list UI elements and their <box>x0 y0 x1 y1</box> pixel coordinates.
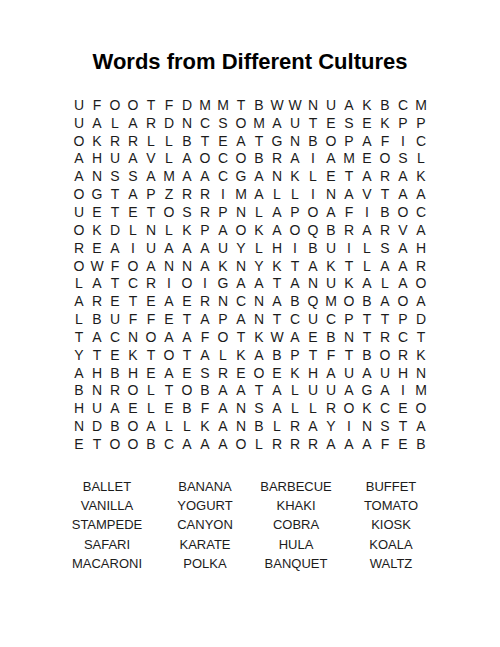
grid-cell-r13c17: T <box>358 310 376 328</box>
grid-cell-r19c16: I <box>340 417 358 435</box>
grid-cell-r2c16: S <box>340 114 358 132</box>
grid-cell-r1c2: F <box>88 96 106 114</box>
grid-cell-r18c2: U <box>88 399 106 417</box>
grid-cell-r20c10: O <box>232 435 250 453</box>
grid-cell-r6c10: M <box>232 185 250 203</box>
grid-cell-r12c17: B <box>358 292 376 310</box>
grid-cell-r11c8: I <box>196 274 214 292</box>
grid-cell-r12c9: N <box>214 292 232 310</box>
grid-cell-r20c7: A <box>178 435 196 453</box>
grid-cell-r15c20: K <box>412 346 430 364</box>
grid-cell-r7c6: O <box>160 203 178 221</box>
grid-cell-r18c12: A <box>268 399 286 417</box>
grid-cell-r4c18: O <box>376 150 394 168</box>
grid-cell-r13c3: U <box>106 310 124 328</box>
grid-cell-r12c1: A <box>70 292 88 310</box>
grid-cell-r6c7: R <box>178 185 196 203</box>
grid-cell-r5c8: A <box>196 167 214 185</box>
grid-cell-r1c20: M <box>412 96 430 114</box>
grid-cell-r13c19: P <box>394 310 412 328</box>
grid-cell-r19c8: K <box>196 417 214 435</box>
word-list-item-hula: HULA <box>253 534 339 553</box>
grid-cell-r11c18: L <box>376 274 394 292</box>
grid-cell-r19c7: L <box>178 417 196 435</box>
grid-cell-r7c9: P <box>214 203 232 221</box>
word-list-item-waltz: WALTZ <box>339 554 443 573</box>
grid-cell-r4c6: L <box>160 150 178 168</box>
grid-cell-r8c1: O <box>70 221 88 239</box>
grid-cell-r9c1: R <box>70 239 88 257</box>
grid-cell-r20c20: B <box>412 435 430 453</box>
grid-cell-r17c5: L <box>142 382 160 400</box>
grid-cell-r11c17: A <box>358 274 376 292</box>
grid-cell-r7c2: E <box>88 203 106 221</box>
grid-cell-r7c10: N <box>232 203 250 221</box>
grid-cell-r10c3: F <box>106 257 124 275</box>
grid-cell-r17c10: A <box>232 382 250 400</box>
grid-cell-r7c16: F <box>340 203 358 221</box>
grid-cell-r12c12: A <box>268 292 286 310</box>
grid-cell-r14c8: F <box>196 328 214 346</box>
grid-cell-r17c17: G <box>358 382 376 400</box>
grid-cell-r8c18: R <box>376 221 394 239</box>
grid-cell-r15c12: B <box>268 346 286 364</box>
grid-cell-r2c7: N <box>178 114 196 132</box>
grid-cell-r7c4: E <box>124 203 142 221</box>
grid-cell-r13c8: A <box>196 310 214 328</box>
grid-cell-r6c11: A <box>250 185 268 203</box>
grid-cell-r14c18: R <box>376 328 394 346</box>
grid-cell-r5c13: K <box>286 167 304 185</box>
grid-cell-r17c4: O <box>124 382 142 400</box>
grid-cell-r7c17: I <box>358 203 376 221</box>
grid-cell-r13c11: N <box>250 310 268 328</box>
grid-cell-r6c17: V <box>358 185 376 203</box>
grid-cell-r17c2: N <box>88 382 106 400</box>
grid-cell-r7c5: T <box>142 203 160 221</box>
grid-cell-r20c15: A <box>322 435 340 453</box>
grid-cell-r3c20: C <box>412 132 430 150</box>
grid-cell-r11c16: K <box>340 274 358 292</box>
grid-cell-r6c8: R <box>196 185 214 203</box>
grid-cell-r13c20: D <box>412 310 430 328</box>
grid-cell-r16c10: E <box>232 364 250 382</box>
grid-cell-r2c12: A <box>268 114 286 132</box>
grid-cell-r11c9: G <box>214 274 232 292</box>
grid-cell-r12c10: C <box>232 292 250 310</box>
grid-cell-r19c15: Y <box>322 417 340 435</box>
grid-cell-r9c10: Y <box>232 239 250 257</box>
grid-cell-r19c14: A <box>304 417 322 435</box>
grid-cell-r16c7: E <box>178 364 196 382</box>
grid-cell-r1c16: A <box>340 96 358 114</box>
grid-cell-r20c8: A <box>196 435 214 453</box>
grid-cell-r8c9: A <box>214 221 232 239</box>
grid-cell-r16c18: U <box>376 364 394 382</box>
grid-cell-r19c5: A <box>142 417 160 435</box>
grid-cell-r5c10: G <box>232 167 250 185</box>
grid-cell-r3c19: I <box>394 132 412 150</box>
grid-cell-r14c2: A <box>88 328 106 346</box>
grid-cell-r15c5: T <box>142 346 160 364</box>
grid-cell-r17c18: A <box>376 382 394 400</box>
grid-cell-r20c13: R <box>286 435 304 453</box>
word-list-item-safari: SAFARI <box>57 534 157 553</box>
grid-cell-r1c17: K <box>358 96 376 114</box>
grid-cell-r8c15: B <box>322 221 340 239</box>
grid-cell-r9c13: I <box>286 239 304 257</box>
grid-cell-r16c6: A <box>160 364 178 382</box>
puzzle-page: Words from Different Cultures UFOOTFDMMT… <box>0 0 500 647</box>
grid-cell-r5c12: N <box>268 167 286 185</box>
grid-cell-r12c16: O <box>340 292 358 310</box>
grid-cell-r17c15: U <box>322 382 340 400</box>
grid-cell-r12c7: E <box>178 292 196 310</box>
grid-cell-r4c14: I <box>304 150 322 168</box>
grid-cell-r20c19: E <box>394 435 412 453</box>
grid-cell-r8c11: K <box>250 221 268 239</box>
grid-cell-r4c7: A <box>178 150 196 168</box>
grid-cell-r14c20: T <box>412 328 430 346</box>
grid-cell-r12c18: A <box>376 292 394 310</box>
grid-cell-r5c7: A <box>178 167 196 185</box>
grid-cell-r14c5: O <box>142 328 160 346</box>
grid-cell-r2c3: L <box>106 114 124 132</box>
grid-cell-r6c15: N <box>322 185 340 203</box>
grid-cell-r18c9: A <box>214 399 232 417</box>
grid-cell-r10c2: W <box>88 257 106 275</box>
word-list-item-cobra: COBRA <box>253 515 339 534</box>
grid-cell-r7c13: P <box>286 203 304 221</box>
grid-cell-r18c4: E <box>124 399 142 417</box>
grid-cell-r3c5: L <box>142 132 160 150</box>
grid-cell-r9c17: L <box>358 239 376 257</box>
grid-cell-r18c18: C <box>376 399 394 417</box>
grid-cell-r14c15: B <box>322 328 340 346</box>
grid-cell-r9c9: U <box>214 239 232 257</box>
grid-cell-r10c12: K <box>268 257 286 275</box>
grid-cell-r19c20: A <box>412 417 430 435</box>
grid-cell-r13c15: C <box>322 310 340 328</box>
grid-cell-r15c9: L <box>214 346 232 364</box>
grid-cell-r4c3: U <box>106 150 124 168</box>
grid-cell-r20c2: T <box>88 435 106 453</box>
grid-cell-r8c3: D <box>106 221 124 239</box>
word-list-item-khaki: KHAKI <box>253 496 339 515</box>
grid-cell-r5c18: R <box>376 167 394 185</box>
grid-cell-r17c3: R <box>106 382 124 400</box>
grid-cell-r15c3: E <box>106 346 124 364</box>
grid-cell-r13c2: B <box>88 310 106 328</box>
grid-cell-r19c6: L <box>160 417 178 435</box>
grid-cell-r8c20: A <box>412 221 430 239</box>
grid-cell-r11c3: T <box>106 274 124 292</box>
grid-cell-r20c9: A <box>214 435 232 453</box>
grid-cell-r6c6: Z <box>160 185 178 203</box>
word-search-grid: UFOOTFDMMTBWWNUAKBCMUALARDNCSOMAUTESEKPP… <box>0 96 500 453</box>
grid-cell-r3c8: T <box>196 132 214 150</box>
grid-cell-r5c9: C <box>214 167 232 185</box>
grid-cell-r4c4: A <box>124 150 142 168</box>
grid-cell-r19c17: N <box>358 417 376 435</box>
grid-cell-r11c5: R <box>142 274 160 292</box>
word-list-item-polka: POLKA <box>157 554 253 573</box>
grid-cell-r2c6: D <box>160 114 178 132</box>
grid-cell-r10c15: K <box>322 257 340 275</box>
grid-cell-r6c16: A <box>340 185 358 203</box>
grid-cell-r14c1: T <box>70 328 88 346</box>
grid-cell-r2c13: U <box>286 114 304 132</box>
grid-cell-r2c9: S <box>214 114 232 132</box>
grid-cell-r15c19: R <box>394 346 412 364</box>
grid-cell-r19c2: D <box>88 417 106 435</box>
grid-cell-r20c11: L <box>250 435 268 453</box>
grid-cell-r10c5: A <box>142 257 160 275</box>
grid-cell-r5c19: A <box>394 167 412 185</box>
word-list-item-ballet: BALLET <box>57 477 157 496</box>
grid-cell-r1c8: M <box>196 96 214 114</box>
grid-cell-r5c14: L <box>304 167 322 185</box>
grid-cell-r20c17: A <box>358 435 376 453</box>
grid-cell-r9c3: A <box>106 239 124 257</box>
grid-cell-r13c1: L <box>70 310 88 328</box>
grid-cell-r14c12: W <box>268 328 286 346</box>
grid-cell-r1c7: D <box>178 96 196 114</box>
grid-cell-r11c19: A <box>394 274 412 292</box>
grid-cell-r9c11: L <box>250 239 268 257</box>
grid-cell-r14c14: E <box>304 328 322 346</box>
grid-cell-r18c11: S <box>250 399 268 417</box>
grid-cell-r13c12: T <box>268 310 286 328</box>
grid-cell-r16c16: U <box>340 364 358 382</box>
word-list-item-canyon: CANYON <box>157 515 253 534</box>
grid-cell-r8c13: O <box>286 221 304 239</box>
word-list-item-banana: BANANA <box>157 477 253 496</box>
grid-cell-r17c16: A <box>340 382 358 400</box>
grid-cell-r2c19: P <box>394 114 412 132</box>
grid-cell-r16c17: A <box>358 364 376 382</box>
grid-cell-r12c14: Q <box>304 292 322 310</box>
grid-cell-r11c2: A <box>88 274 106 292</box>
grid-cell-r12c15: M <box>322 292 340 310</box>
word-list-item-karate: KARATE <box>157 534 253 553</box>
grid-cell-r14c6: A <box>160 328 178 346</box>
grid-cell-r1c13: W <box>286 96 304 114</box>
grid-cell-r3c9: E <box>214 132 232 150</box>
grid-cell-r7c8: R <box>196 203 214 221</box>
grid-cell-r19c12: L <box>268 417 286 435</box>
grid-cell-r10c20: R <box>412 257 430 275</box>
grid-cell-r12c13: B <box>286 292 304 310</box>
grid-cell-r2c14: T <box>304 114 322 132</box>
grid-cell-r18c8: F <box>196 399 214 417</box>
grid-cell-r11c4: C <box>124 274 142 292</box>
grid-cell-r1c19: C <box>394 96 412 114</box>
grid-cell-r8c10: O <box>232 221 250 239</box>
grid-cell-r4c19: S <box>394 150 412 168</box>
grid-cell-r17c9: A <box>214 382 232 400</box>
grid-cell-r17c14: U <box>304 382 322 400</box>
grid-cell-r15c11: A <box>250 346 268 364</box>
grid-cell-r1c3: O <box>106 96 124 114</box>
grid-cell-r4c17: E <box>358 150 376 168</box>
grid-cell-r4c2: H <box>88 150 106 168</box>
grid-cell-r7c1: U <box>70 203 88 221</box>
grid-cell-r10c11: Y <box>250 257 268 275</box>
grid-cell-r9c20: H <box>412 239 430 257</box>
grid-cell-r9c7: A <box>178 239 196 257</box>
grid-cell-r8c6: L <box>160 221 178 239</box>
grid-cell-r6c19: A <box>394 185 412 203</box>
grid-cell-r3c11: T <box>250 132 268 150</box>
grid-cell-r3c2: K <box>88 132 106 150</box>
grid-cell-r15c2: T <box>88 346 106 364</box>
grid-cell-r12c20: A <box>412 292 430 310</box>
grid-cell-r2c11: M <box>250 114 268 132</box>
grid-cell-r12c11: N <box>250 292 268 310</box>
grid-cell-r9c8: A <box>196 239 214 257</box>
grid-cell-r6c12: L <box>268 185 286 203</box>
grid-cell-r14c4: N <box>124 328 142 346</box>
grid-cell-r16c8: S <box>196 364 214 382</box>
grid-cell-r3c17: A <box>358 132 376 150</box>
grid-cell-r19c19: T <box>394 417 412 435</box>
grid-cell-r15c1: Y <box>70 346 88 364</box>
grid-cell-r10c19: A <box>394 257 412 275</box>
grid-cell-r2c10: O <box>232 114 250 132</box>
grid-cell-r13c6: E <box>160 310 178 328</box>
grid-cell-r17c20: M <box>412 382 430 400</box>
grid-cell-r3c13: N <box>286 132 304 150</box>
grid-cell-r16c9: R <box>214 364 232 382</box>
grid-cell-r14c3: C <box>106 328 124 346</box>
grid-cell-r2c2: A <box>88 114 106 132</box>
grid-cell-r9c4: I <box>124 239 142 257</box>
grid-cell-r16c1: A <box>70 364 88 382</box>
grid-cell-r13c7: T <box>178 310 196 328</box>
grid-cell-r15c4: K <box>124 346 142 364</box>
grid-cell-r5c16: T <box>340 167 358 185</box>
grid-cell-r1c11: B <box>250 96 268 114</box>
grid-cell-r3c3: R <box>106 132 124 150</box>
grid-cell-r9c6: A <box>160 239 178 257</box>
grid-cell-r11c13: A <box>286 274 304 292</box>
grid-cell-r4c15: A <box>322 150 340 168</box>
grid-cell-r6c3: T <box>106 185 124 203</box>
grid-cell-r16c2: H <box>88 364 106 382</box>
grid-cell-r8c14: Q <box>304 221 322 239</box>
grid-cell-r1c12: W <box>268 96 286 114</box>
grid-cell-r17c12: A <box>268 382 286 400</box>
grid-cell-r20c1: E <box>70 435 88 453</box>
grid-cell-r3c1: O <box>70 132 88 150</box>
grid-cell-r15c10: K <box>232 346 250 364</box>
grid-cell-r5c4: S <box>124 167 142 185</box>
grid-cell-r14c17: T <box>358 328 376 346</box>
grid-cell-r13c9: P <box>214 310 232 328</box>
grid-cell-r19c3: B <box>106 417 124 435</box>
grid-cell-r16c5: E <box>142 364 160 382</box>
grid-cell-r6c20: A <box>412 185 430 203</box>
grid-cell-r8c8: P <box>196 221 214 239</box>
grid-cell-r16c3: B <box>106 364 124 382</box>
grid-cell-r15c16: T <box>340 346 358 364</box>
word-list-item-banquet: BANQUET <box>253 554 339 573</box>
grid-cell-r10c9: K <box>214 257 232 275</box>
grid-cell-r19c11: B <box>250 417 268 435</box>
word-list-item-barbecue: BARBECUE <box>253 477 339 496</box>
grid-cell-r4c8: O <box>196 150 214 168</box>
grid-cell-r16c15: A <box>322 364 340 382</box>
grid-cell-r18c7: B <box>178 399 196 417</box>
page-title: Words from Different Cultures <box>0 0 500 74</box>
grid-cell-r3c7: B <box>178 132 196 150</box>
grid-cell-r3c10: A <box>232 132 250 150</box>
grid-cell-r14c13: A <box>286 328 304 346</box>
grid-cell-r16c20: N <box>412 364 430 382</box>
grid-cell-r10c18: A <box>376 257 394 275</box>
grid-cell-r13c13: C <box>286 310 304 328</box>
grid-cell-r6c9: I <box>214 185 232 203</box>
grid-cell-r10c16: T <box>340 257 358 275</box>
word-list-item-koala: KOALA <box>339 534 443 553</box>
grid-cell-r16c14: H <box>304 364 322 382</box>
grid-cell-r4c20: L <box>412 150 430 168</box>
grid-cell-r17c8: B <box>196 382 214 400</box>
grid-cell-r4c10: O <box>232 150 250 168</box>
word-list-item-buffet: BUFFET <box>339 477 443 496</box>
grid-cell-r11c11: A <box>250 274 268 292</box>
grid-cell-r9c15: U <box>322 239 340 257</box>
grid-cell-r14c9: O <box>214 328 232 346</box>
grid-cell-r8c16: R <box>340 221 358 239</box>
grid-cell-r3c4: R <box>124 132 142 150</box>
grid-cell-r15c13: P <box>286 346 304 364</box>
grid-cell-r14c16: N <box>340 328 358 346</box>
grid-cell-r12c5: E <box>142 292 160 310</box>
grid-cell-r5c11: A <box>250 167 268 185</box>
grid-cell-r14c19: C <box>394 328 412 346</box>
grid-cell-r7c7: S <box>178 203 196 221</box>
grid-cell-r17c13: L <box>286 382 304 400</box>
grid-cell-r19c18: S <box>376 417 394 435</box>
grid-cell-r10c4: O <box>124 257 142 275</box>
grid-cell-r4c12: R <box>268 150 286 168</box>
grid-cell-r13c5: F <box>142 310 160 328</box>
grid-cell-r12c3: E <box>106 292 124 310</box>
grid-cell-r5c6: M <box>160 167 178 185</box>
grid-cell-r18c13: L <box>286 399 304 417</box>
grid-cell-r15c18: O <box>376 346 394 364</box>
word-list-item-yogurt: YOGURT <box>157 496 253 515</box>
grid-cell-r6c1: O <box>70 185 88 203</box>
grid-cell-r20c18: F <box>376 435 394 453</box>
grid-cell-r5c15: E <box>322 167 340 185</box>
grid-cell-r5c20: K <box>412 167 430 185</box>
grid-cell-r1c5: T <box>142 96 160 114</box>
grid-cell-r3c18: F <box>376 132 394 150</box>
grid-cell-r13c18: T <box>376 310 394 328</box>
grid-cell-r15c7: T <box>178 346 196 364</box>
grid-cell-r16c4: H <box>124 364 142 382</box>
grid-cell-r18c17: K <box>358 399 376 417</box>
grid-cell-r3c12: G <box>268 132 286 150</box>
grid-cell-r15c17: B <box>358 346 376 364</box>
grid-cell-r8c19: V <box>394 221 412 239</box>
grid-cell-r4c9: C <box>214 150 232 168</box>
grid-cell-r11c15: U <box>322 274 340 292</box>
grid-cell-r10c8: A <box>196 257 214 275</box>
